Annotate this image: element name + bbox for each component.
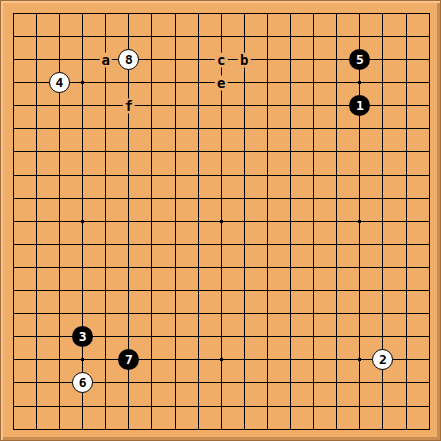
stone-1-black: 1 [349, 95, 370, 116]
grid-line-vertical [267, 13, 268, 430]
star-point [81, 220, 84, 223]
grid-line-horizontal [13, 429, 430, 430]
stone-number: 2 [379, 353, 387, 366]
stone-number: 4 [56, 76, 64, 89]
stone-8-white: 8 [118, 49, 139, 70]
board-grid-layer: 12345678abcef [1, 1, 440, 440]
star-point [220, 358, 223, 361]
grid-line-horizontal [13, 267, 430, 268]
stone-number: 5 [356, 53, 364, 66]
stone-6-white: 6 [72, 372, 93, 393]
label-e: e [215, 75, 227, 90]
grid-line-horizontal [13, 290, 430, 291]
label-f: f [123, 98, 135, 113]
star-point [81, 358, 84, 361]
star-point [358, 358, 361, 361]
grid-line-horizontal [13, 313, 430, 314]
stone-number: 6 [79, 376, 87, 389]
label-a: a [99, 52, 111, 67]
grid-line-vertical [290, 13, 291, 430]
stone-5-black: 5 [349, 49, 370, 70]
star-point [358, 81, 361, 84]
stone-2-white: 2 [372, 349, 393, 370]
grid-line-vertical [336, 13, 337, 430]
stone-3-black: 3 [72, 326, 93, 347]
grid-line-horizontal [13, 406, 430, 407]
star-point [358, 220, 361, 223]
grid-line-horizontal [13, 244, 430, 245]
grid-line-vertical [313, 13, 314, 430]
label-b: b [238, 52, 250, 67]
go-board: 12345678abcef [0, 0, 441, 441]
star-point [81, 81, 84, 84]
stone-4-white: 4 [49, 72, 70, 93]
star-point [220, 220, 223, 223]
stone-number: 7 [125, 353, 133, 366]
stone-7-black: 7 [118, 349, 139, 370]
stone-number: 1 [356, 99, 364, 112]
stone-number: 3 [79, 330, 87, 343]
label-c: c [215, 52, 227, 67]
grid-line-vertical [406, 13, 407, 430]
grid-line-vertical [244, 13, 245, 430]
grid-line-vertical [429, 13, 430, 430]
stone-number: 8 [125, 53, 133, 66]
